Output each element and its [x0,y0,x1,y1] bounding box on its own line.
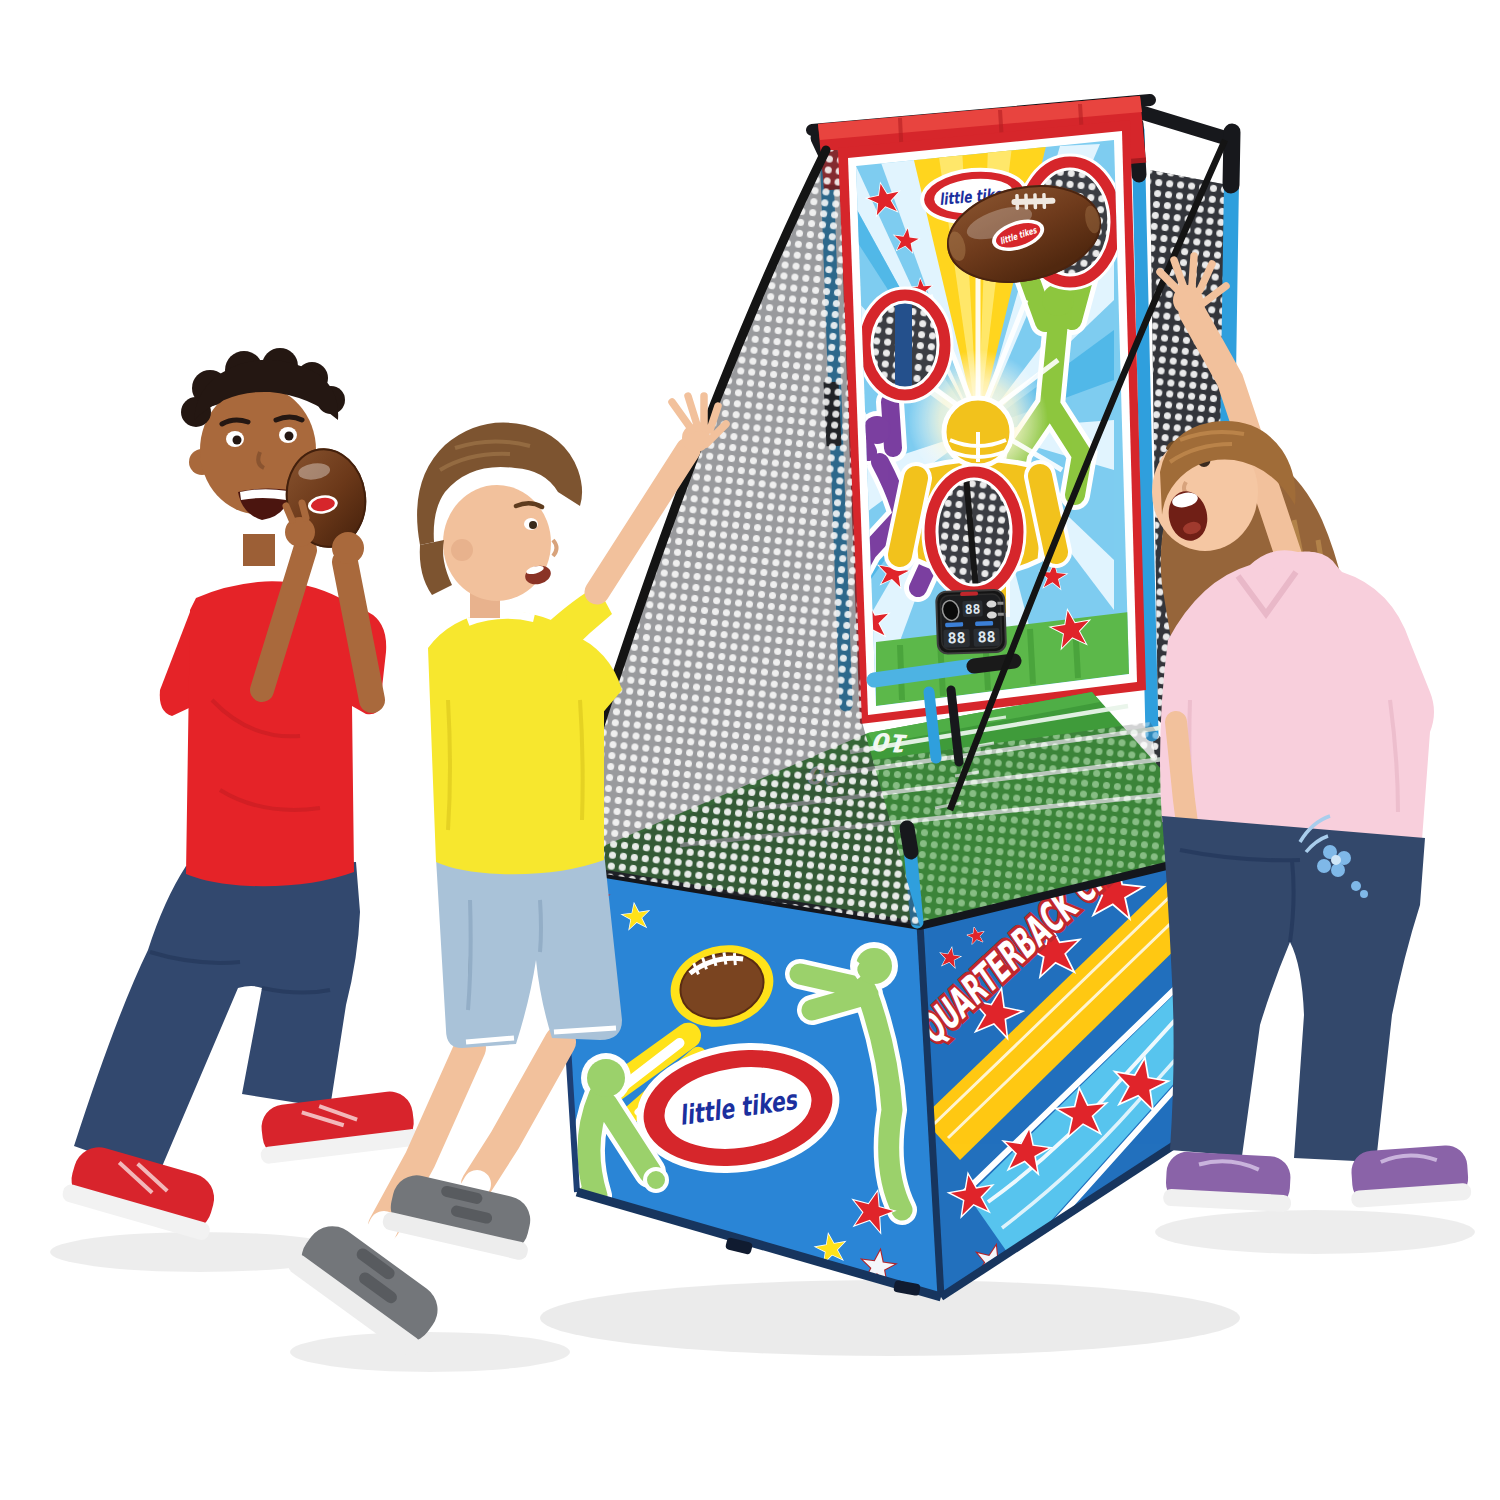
photo-canvas: little tikes 88 88 88 [0,0,1500,1500]
scoreboard-brand-mark [960,592,978,597]
sock-left [372,1226,384,1250]
product-photo: little tikes 88 88 88 [0,0,1500,1500]
head-boy-yellow [417,423,582,602]
neck [243,534,275,566]
scoreboard-label-right [975,621,993,626]
scoreboard: 88 88 88 [936,590,1006,654]
child-red-shirt [61,348,421,1242]
yard-number-10: 10 [871,727,910,759]
chambray-shorts [436,852,622,1048]
target-ring-middle-left [865,294,945,396]
scoreboard-label-left [945,622,963,627]
frame-top-right-bar [1140,112,1232,140]
purple-sneaker-right [1163,1151,1294,1213]
scoreboard-right-display: 88 [977,628,996,647]
leg-right [477,1042,560,1184]
gray-sneaker-right [381,1170,539,1262]
hand-right [332,532,364,564]
scoreboard-left-display: 88 [947,629,966,648]
arcade-machine: little tikes 88 88 88 [557,96,1240,1297]
purple-sneaker-left [1348,1144,1472,1208]
target-ring-bottom [930,472,1018,592]
scoreboard-timer-display: 88 [965,601,981,617]
